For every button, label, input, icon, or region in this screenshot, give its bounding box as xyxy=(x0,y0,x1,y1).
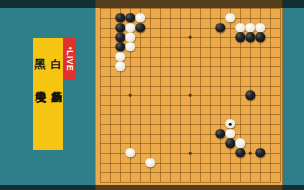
black-stone xyxy=(256,33,265,42)
white-stone xyxy=(226,13,235,22)
star-point xyxy=(129,94,132,97)
video-frame[interactable]: 黑 申旻埈 白 杨鼎新 •LIVE xyxy=(0,0,304,190)
white-stone xyxy=(136,13,145,22)
black-player-column: 黑 申旻埈 xyxy=(33,58,47,150)
black-stone xyxy=(126,13,135,22)
star-point xyxy=(249,152,252,155)
star-point xyxy=(189,36,192,39)
black-stone xyxy=(116,33,125,42)
black-stone xyxy=(116,42,125,51)
white-stone xyxy=(116,52,125,61)
live-badge-label: •LIVE xyxy=(65,46,75,70)
grid-line-horizontal xyxy=(100,105,280,106)
white-stone xyxy=(116,61,125,70)
letterbox-bar-top xyxy=(0,0,304,8)
star-point xyxy=(189,94,192,97)
black-stone xyxy=(226,139,235,148)
grid-line-horizontal xyxy=(100,163,280,164)
white-stone xyxy=(246,23,255,32)
white-stone xyxy=(126,23,135,32)
white-player-column: 白 杨鼎新 xyxy=(49,58,63,150)
go-board[interactable] xyxy=(95,0,283,190)
black-stone xyxy=(136,23,145,32)
black-side-label: 黑 xyxy=(35,58,46,70)
white-stone xyxy=(126,148,135,157)
last-move-marker xyxy=(229,122,232,125)
grid-line-vertical xyxy=(220,8,221,182)
white-stone xyxy=(146,158,155,167)
grid-line-horizontal xyxy=(100,114,280,115)
white-stone xyxy=(126,33,135,42)
grid-line-vertical xyxy=(200,8,201,182)
black-stone xyxy=(216,129,225,138)
black-stone xyxy=(256,148,265,157)
grid-line-horizontal xyxy=(100,134,280,135)
grid-line-vertical xyxy=(280,8,281,182)
star-point xyxy=(189,152,192,155)
white-side-label: 白 xyxy=(51,58,62,70)
white-stone xyxy=(256,23,265,32)
grid-line-horizontal xyxy=(100,143,280,144)
grid-line-horizontal xyxy=(100,172,280,173)
black-stone xyxy=(236,148,245,157)
info-panel: 黑 申旻埈 白 杨鼎新 •LIVE xyxy=(0,0,95,190)
black-stone xyxy=(236,33,245,42)
letterbox-bar-bottom xyxy=(0,185,304,190)
live-badge: •LIVE xyxy=(63,38,76,79)
black-stone xyxy=(116,23,125,32)
white-stone xyxy=(226,119,235,128)
white-stone xyxy=(236,139,245,148)
grid-line-horizontal xyxy=(100,182,280,183)
black-stone xyxy=(246,90,255,99)
grid-line-horizontal xyxy=(100,124,280,125)
white-stone xyxy=(236,23,245,32)
grid-line-vertical xyxy=(270,8,271,182)
black-stone xyxy=(116,13,125,22)
grid-line-vertical xyxy=(230,8,231,182)
black-stone xyxy=(246,33,255,42)
black-stone xyxy=(216,23,225,32)
player-name-banner: 黑 申旻埈 白 杨鼎新 xyxy=(33,38,63,150)
white-stone xyxy=(126,42,135,51)
grid-line-vertical xyxy=(210,8,211,182)
white-stone xyxy=(226,129,235,138)
